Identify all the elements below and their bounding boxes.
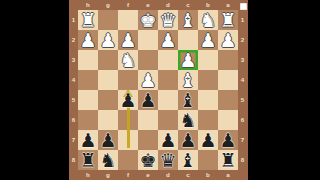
square-g2[interactable]: ♟ — [98, 30, 118, 50]
square-g1[interactable] — [98, 10, 118, 30]
rank-label-left-2: 2 — [71, 34, 77, 46]
piece-white-knight[interactable]: ♞ — [118, 50, 138, 70]
square-e3[interactable] — [138, 50, 158, 70]
piece-white-pawn[interactable]: ♟ — [78, 30, 98, 50]
rank-label-left-3: 3 — [71, 54, 77, 66]
square-f5[interactable]: ♟ — [118, 90, 138, 110]
piece-white-pawn[interactable]: ♟ — [178, 50, 198, 70]
rank-label-right-3: 3 — [240, 54, 246, 66]
piece-black-pawn[interactable]: ♟ — [218, 130, 238, 150]
rank-label-left-5: 5 — [71, 94, 77, 106]
piece-black-queen[interactable]: ♛ — [158, 150, 178, 170]
file-label-top-b: b — [202, 2, 214, 8]
piece-black-bishop[interactable]: ♝ — [178, 150, 198, 170]
square-d8[interactable]: ♛ — [158, 150, 178, 170]
piece-white-rook[interactable]: ♜ — [218, 10, 238, 30]
piece-white-pawn[interactable]: ♟ — [98, 30, 118, 50]
square-c4[interactable]: ♝ — [178, 70, 198, 90]
piece-black-pawn[interactable]: ♟ — [78, 130, 98, 150]
square-h7[interactable]: ♟ — [78, 130, 98, 150]
file-label-top-e: e — [142, 2, 154, 8]
rank-label-right-8: 8 — [240, 154, 246, 166]
file-label-bottom-a: a — [222, 172, 234, 178]
rank-label-right-5: 5 — [240, 94, 246, 106]
file-label-top-c: c — [182, 2, 194, 8]
rank-label-left-1: 1 — [71, 14, 77, 26]
rank-label-left-7: 7 — [71, 134, 77, 146]
square-h1[interactable]: ♜ — [78, 10, 98, 30]
square-h5[interactable] — [78, 90, 98, 110]
square-h6[interactable] — [78, 110, 98, 130]
square-g3[interactable] — [98, 50, 118, 70]
chess-board: ♜♚♛♝♞♜♟♟♟♟♟♟♞♟♟♝♟♟♝♞♟♟♟♟♟♟♜♞♚♛♝♜ hhggffe… — [69, 0, 248, 180]
square-a6[interactable] — [218, 110, 238, 130]
white-square-icon — [240, 3, 247, 10]
square-d2[interactable]: ♟ — [158, 30, 178, 50]
piece-black-king[interactable]: ♚ — [138, 150, 158, 170]
square-b3[interactable] — [198, 50, 218, 70]
square-f1[interactable] — [118, 10, 138, 30]
piece-white-pawn[interactable]: ♟ — [218, 30, 238, 50]
piece-black-knight[interactable]: ♞ — [98, 150, 118, 170]
rank-label-left-6: 6 — [71, 114, 77, 126]
piece-black-pawn[interactable]: ♟ — [98, 130, 118, 150]
file-label-bottom-c: c — [182, 172, 194, 178]
square-b4[interactable] — [198, 70, 218, 90]
square-g7[interactable]: ♟ — [98, 130, 118, 150]
file-label-bottom-d: d — [162, 172, 174, 178]
square-c5[interactable]: ♝ — [178, 90, 198, 110]
piece-white-pawn[interactable]: ♟ — [198, 30, 218, 50]
square-d5[interactable] — [158, 90, 178, 110]
file-label-top-a: a — [222, 2, 234, 8]
square-c2[interactable] — [178, 30, 198, 50]
rank-label-right-7: 7 — [240, 134, 246, 146]
rank-label-right-1: 1 — [240, 14, 246, 26]
square-e4[interactable]: ♟ — [138, 70, 158, 90]
rank-label-right-6: 6 — [240, 114, 246, 126]
piece-black-pawn[interactable]: ♟ — [198, 130, 218, 150]
square-a8[interactable]: ♜ — [218, 150, 238, 170]
square-c1[interactable]: ♝ — [178, 10, 198, 30]
piece-white-pawn[interactable]: ♟ — [158, 30, 178, 50]
square-h3[interactable] — [78, 50, 98, 70]
square-f2[interactable]: ♟ — [118, 30, 138, 50]
square-b1[interactable]: ♞ — [198, 10, 218, 30]
file-label-top-g: g — [102, 2, 114, 8]
piece-white-queen[interactable]: ♛ — [158, 10, 178, 30]
file-label-top-h: h — [82, 2, 94, 8]
file-label-bottom-e: e — [142, 172, 154, 178]
square-a4[interactable] — [218, 70, 238, 90]
square-e5[interactable]: ♟ — [138, 90, 158, 110]
square-h4[interactable] — [78, 70, 98, 90]
file-label-bottom-f: f — [122, 172, 134, 178]
file-label-bottom-g: g — [102, 172, 114, 178]
chess-video-frame: ♜♚♛♝♞♜♟♟♟♟♟♟♞♟♟♝♟♟♝♞♟♟♟♟♟♟♜♞♚♛♝♜ hhggffe… — [0, 0, 320, 180]
square-b2[interactable]: ♟ — [198, 30, 218, 50]
square-e6[interactable] — [138, 110, 158, 130]
square-c6[interactable]: ♞ — [178, 110, 198, 130]
piece-white-king[interactable]: ♚ — [138, 10, 158, 30]
square-c3[interactable]: ♟ — [178, 50, 198, 70]
board-grid: ♜♚♛♝♞♜♟♟♟♟♟♟♞♟♟♝♟♟♝♞♟♟♟♟♟♟♜♞♚♛♝♜ — [78, 10, 238, 170]
square-e1[interactable]: ♚ — [138, 10, 158, 30]
square-a1[interactable]: ♜ — [218, 10, 238, 30]
piece-white-pawn[interactable]: ♟ — [138, 70, 158, 90]
square-b5[interactable] — [198, 90, 218, 110]
piece-black-rook[interactable]: ♜ — [218, 150, 238, 170]
piece-black-pawn[interactable]: ♟ — [118, 90, 138, 110]
file-label-bottom-b: b — [202, 172, 214, 178]
square-e8[interactable]: ♚ — [138, 150, 158, 170]
square-g6[interactable] — [98, 110, 118, 130]
piece-black-bishop[interactable]: ♝ — [178, 90, 198, 110]
file-label-top-f: f — [122, 2, 134, 8]
square-f8[interactable] — [118, 150, 138, 170]
piece-white-pawn[interactable]: ♟ — [118, 30, 138, 50]
piece-black-pawn[interactable]: ♟ — [138, 90, 158, 110]
rank-label-right-4: 4 — [240, 74, 246, 86]
square-b8[interactable] — [198, 150, 218, 170]
piece-black-rook[interactable]: ♜ — [78, 150, 98, 170]
square-g5[interactable] — [98, 90, 118, 110]
square-h2[interactable]: ♟ — [78, 30, 98, 50]
piece-black-pawn[interactable]: ♟ — [178, 130, 198, 150]
square-a2[interactable]: ♟ — [218, 30, 238, 50]
square-d3[interactable] — [158, 50, 178, 70]
square-f4[interactable] — [118, 70, 138, 90]
square-f3[interactable]: ♞ — [118, 50, 138, 70]
rank-label-left-8: 8 — [71, 154, 77, 166]
file-label-top-d: d — [162, 2, 174, 8]
file-label-bottom-h: h — [82, 172, 94, 178]
square-a5[interactable] — [218, 90, 238, 110]
square-b7[interactable]: ♟ — [198, 130, 218, 150]
rank-label-left-4: 4 — [71, 74, 77, 86]
square-a7[interactable]: ♟ — [218, 130, 238, 150]
piece-white-knight[interactable]: ♞ — [198, 10, 218, 30]
square-c8[interactable]: ♝ — [178, 150, 198, 170]
square-d1[interactable]: ♛ — [158, 10, 178, 30]
square-d4[interactable] — [158, 70, 178, 90]
square-b6[interactable] — [198, 110, 218, 130]
rank-label-right-2: 2 — [240, 34, 246, 46]
square-c7[interactable]: ♟ — [178, 130, 198, 150]
square-d6[interactable] — [158, 110, 178, 130]
piece-black-knight[interactable]: ♞ — [178, 110, 198, 130]
square-e2[interactable] — [138, 30, 158, 50]
square-a3[interactable] — [218, 50, 238, 70]
piece-black-pawn[interactable]: ♟ — [158, 130, 178, 150]
piece-white-bishop[interactable]: ♝ — [178, 70, 198, 90]
square-g4[interactable] — [98, 70, 118, 90]
piece-white-rook[interactable]: ♜ — [78, 10, 98, 30]
piece-white-bishop[interactable]: ♝ — [178, 10, 198, 30]
square-d7[interactable]: ♟ — [158, 130, 178, 150]
square-g8[interactable]: ♞ — [98, 150, 118, 170]
square-e7[interactable] — [138, 130, 158, 150]
square-h8[interactable]: ♜ — [78, 150, 98, 170]
